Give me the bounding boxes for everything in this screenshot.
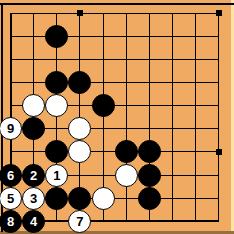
stone-white-A2-move-5: 5	[0, 187, 22, 210]
stone-black-A3-move-6: 6	[0, 164, 22, 187]
stone-black-A1-move-8: 8	[0, 210, 22, 233]
stone-black-D2	[68, 187, 91, 210]
star-point-K4	[216, 149, 222, 155]
star-point-K10	[216, 10, 222, 16]
diagram-top-frame-line	[0, 3, 234, 5]
grid-line-vertical	[195, 13, 196, 221]
star-point-D10	[77, 10, 83, 16]
stone-black-G2	[138, 187, 161, 210]
grid-line-vertical	[172, 13, 173, 221]
grid-line-horizontal	[11, 59, 219, 60]
stone-white-B2-move-3: 3	[22, 187, 45, 210]
page-margin-right	[231, 0, 234, 234]
stone-black-B3-move-2: 2	[22, 164, 45, 187]
stone-black-C2	[45, 187, 68, 210]
stone-white-F3	[115, 164, 138, 187]
go-board-diagram[interactable]: 962153847	[0, 0, 234, 234]
grid-line-horizontal	[11, 82, 219, 83]
stone-white-C3-move-1: 1	[45, 164, 68, 187]
grid-line-horizontal	[11, 36, 219, 37]
stone-black-C9	[45, 25, 68, 48]
grid-line-vertical	[126, 13, 127, 221]
stone-white-E2	[92, 187, 115, 210]
stone-black-B1-move-4: 4	[22, 210, 45, 233]
stone-black-F4	[115, 140, 138, 163]
stone-black-G3	[138, 164, 161, 187]
stone-black-E6	[92, 94, 115, 117]
